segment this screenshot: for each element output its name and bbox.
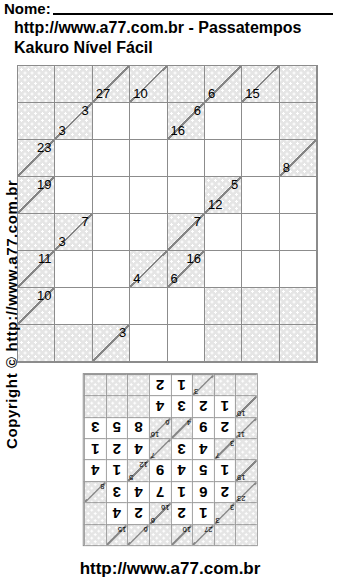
across-clue: 3 xyxy=(216,516,220,524)
footer-url: http://www.a77.com.br xyxy=(0,559,340,579)
solution-digit: 9 xyxy=(150,461,171,481)
solution-digit: 3 xyxy=(171,439,192,459)
solution-digit: 3 xyxy=(85,418,106,438)
copyright-vertical-text: Copyright © http://www.a77.com.br xyxy=(3,99,20,449)
down-clue: 3 xyxy=(230,503,234,511)
across-clue: 6 xyxy=(151,516,155,524)
clue-cell: 512 xyxy=(127,460,149,481)
solution-digit: 2 xyxy=(193,396,214,416)
entry-cell[interactable] xyxy=(93,177,130,214)
clue-cell: 8 xyxy=(280,140,317,177)
block-cell xyxy=(149,524,171,545)
entry-cell: 3 xyxy=(170,438,192,459)
clue-cell: 8 xyxy=(84,481,106,502)
solution-digit: 4 xyxy=(150,396,171,416)
entry-cell[interactable] xyxy=(55,288,92,325)
entry-cell[interactable] xyxy=(93,103,130,140)
entry-cell[interactable] xyxy=(130,103,167,140)
block-cell xyxy=(205,288,242,325)
down-clue: 10 xyxy=(183,525,191,533)
clue-cell: 166 xyxy=(168,251,205,288)
solution-digit: 7 xyxy=(150,482,171,502)
across-clue: 16 xyxy=(151,430,159,438)
name-label: Nome: xyxy=(4,0,51,17)
across-clue: 7 xyxy=(151,452,155,460)
block-cell xyxy=(55,325,92,362)
clue-cell: 10 xyxy=(130,66,167,103)
entry-cell[interactable] xyxy=(55,177,92,214)
entry-cell: 2 xyxy=(214,481,236,502)
clue-cell: 15 xyxy=(106,524,128,545)
entry-cell[interactable] xyxy=(242,103,279,140)
down-clue: 3 xyxy=(58,124,65,138)
clue-cell: 15 xyxy=(242,66,279,103)
entry-cell: 4 xyxy=(149,395,171,416)
solution-digit: 2 xyxy=(107,439,128,459)
clue-cell: 19 xyxy=(18,177,55,214)
clue-cell: 11 xyxy=(235,417,257,438)
solution-digit: 1 xyxy=(215,461,236,481)
block-cell xyxy=(205,325,242,362)
block-cell xyxy=(106,395,128,416)
block-cell xyxy=(84,524,106,545)
across-clue: 11 xyxy=(38,252,52,266)
entry-cell[interactable] xyxy=(93,251,130,288)
solution-digit: 8 xyxy=(128,418,149,438)
clue-cell: 19 xyxy=(235,460,257,481)
solution-digit: 4 xyxy=(128,439,149,459)
down-clue: 6 xyxy=(208,87,215,101)
clue-cell: 6 xyxy=(127,524,149,545)
entry-cell[interactable] xyxy=(130,288,167,325)
entry-cell[interactable] xyxy=(205,214,242,251)
solution-digit: 4 xyxy=(193,439,214,459)
entry-cell: 2 xyxy=(149,374,171,395)
clue-cell: 10 xyxy=(170,524,192,545)
entry-cell: 5 xyxy=(192,460,214,481)
across-clue: 5 xyxy=(231,178,238,192)
down-clue: 16 xyxy=(171,124,185,138)
entry-cell: 3 xyxy=(170,395,192,416)
solution-digit: 2 xyxy=(128,503,149,523)
solution-digit: 1 xyxy=(193,503,214,523)
block-cell xyxy=(18,214,55,251)
entry-cell[interactable] xyxy=(205,251,242,288)
down-clue: 8 xyxy=(283,161,290,175)
across-clue: 7 xyxy=(216,452,220,460)
clue-cell: 33 xyxy=(55,103,92,140)
clue-cell: 11 xyxy=(18,251,55,288)
entry-cell: 2 xyxy=(170,502,192,523)
name-row: Nome: xyxy=(4,0,333,17)
block-cell xyxy=(55,66,92,103)
entry-cell[interactable] xyxy=(205,140,242,177)
across-clue: 11 xyxy=(237,430,245,438)
block-cell xyxy=(242,325,279,362)
block-cell xyxy=(235,502,257,523)
entry-cell: 8 xyxy=(127,417,149,438)
entry-cell[interactable] xyxy=(55,140,92,177)
clue-cell: 7 xyxy=(168,214,205,251)
across-clue: 23 xyxy=(37,141,51,155)
entry-cell: 5 xyxy=(106,417,128,438)
entry-cell[interactable] xyxy=(168,288,205,325)
entry-cell[interactable] xyxy=(168,140,205,177)
entry-cell[interactable] xyxy=(280,214,317,251)
clue-cell: 73 xyxy=(55,214,92,251)
clue-cell: 23 xyxy=(235,481,257,502)
down-clue: 4 xyxy=(133,272,140,286)
across-clue: 19 xyxy=(237,473,245,481)
clue-cell: 3 xyxy=(93,325,130,362)
block-cell xyxy=(106,374,128,395)
clue-cell: 616 xyxy=(168,103,205,140)
entry-cell[interactable] xyxy=(280,251,317,288)
solution-digit: 2 xyxy=(215,482,236,502)
block-cell xyxy=(18,66,55,103)
entry-cell: 4 xyxy=(127,438,149,459)
clue-cell: 512 xyxy=(205,177,242,214)
entry-cell[interactable] xyxy=(242,177,279,214)
clue-cell: 33 xyxy=(214,502,236,523)
entry-cell: 2 xyxy=(106,438,128,459)
entry-cell: 1 xyxy=(170,481,192,502)
entry-cell: 4 xyxy=(84,460,106,481)
solution-digit: 2 xyxy=(150,375,171,395)
solution-digit: 1 xyxy=(171,482,192,502)
block-cell xyxy=(280,103,317,140)
entry-cell: 1 xyxy=(214,395,236,416)
clue-cell: 10 xyxy=(235,395,257,416)
solution-digit: 9 xyxy=(193,418,214,438)
down-clue: 4 xyxy=(187,418,191,426)
clue-cell: 4 xyxy=(130,251,167,288)
solution-digit: 1 xyxy=(215,396,236,416)
down-clue: 6 xyxy=(171,272,178,286)
solution-digit: 5 xyxy=(193,461,214,481)
block-cell xyxy=(280,66,317,103)
block-cell xyxy=(214,524,236,545)
entry-cell: 1 xyxy=(106,460,128,481)
entry-cell[interactable] xyxy=(130,177,167,214)
puzzle-title: Kakuro Nível Fácil xyxy=(14,39,153,57)
across-clue: 3 xyxy=(119,326,126,340)
entry-cell[interactable] xyxy=(130,325,167,362)
across-clue: 7 xyxy=(194,215,201,229)
entry-cell: 9 xyxy=(149,460,171,481)
clue-cell: 3 xyxy=(192,374,214,395)
solution-digit: 1 xyxy=(107,461,128,481)
block-cell xyxy=(235,524,257,545)
clue-cell: 27 xyxy=(192,524,214,545)
entry-cell[interactable] xyxy=(55,251,92,288)
solution-digit: 6 xyxy=(193,482,214,502)
across-clue: 5 xyxy=(129,473,133,481)
entry-cell: 2 xyxy=(192,395,214,416)
clue-cell: 166 xyxy=(149,417,171,438)
entry-cell: 6 xyxy=(192,481,214,502)
down-clue: 27 xyxy=(204,525,212,533)
entry-cell: 4 xyxy=(127,481,149,502)
entry-cell: 9 xyxy=(192,417,214,438)
entry-cell[interactable] xyxy=(242,140,279,177)
solution-digit: 3 xyxy=(171,396,192,416)
block-cell xyxy=(127,374,149,395)
block-cell xyxy=(214,374,236,395)
across-clue: 3 xyxy=(82,104,89,118)
down-clue: 3 xyxy=(58,235,65,249)
clue-cell: 6 xyxy=(205,66,242,103)
solution-digit: 1 xyxy=(85,439,106,459)
entry-cell: 2 xyxy=(214,417,236,438)
entry-cell: 1 xyxy=(84,438,106,459)
down-clue: 12 xyxy=(208,198,222,212)
entry-cell[interactable] xyxy=(93,214,130,251)
clue-cell: 23 xyxy=(18,140,55,177)
clue-cell: 10 xyxy=(18,288,55,325)
entry-cell[interactable] xyxy=(280,177,317,214)
across-clue: 23 xyxy=(237,494,245,502)
entry-cell[interactable] xyxy=(168,325,205,362)
kakuro-puzzle-board: 27106153361623819512737114166103 xyxy=(17,65,318,363)
down-clue: 6 xyxy=(144,525,148,533)
entry-cell[interactable] xyxy=(168,177,205,214)
entry-cell: 4 xyxy=(192,438,214,459)
block-cell xyxy=(280,325,317,362)
solution-digit: 2 xyxy=(215,418,236,438)
entry-cell: 2 xyxy=(127,502,149,523)
entry-cell[interactable] xyxy=(205,103,242,140)
down-clue: 3 xyxy=(230,439,234,447)
down-clue: 15 xyxy=(118,525,126,533)
down-clue: 16 xyxy=(161,503,169,511)
solution-digit: 4 xyxy=(107,503,128,523)
across-clue: 3 xyxy=(194,387,198,395)
entry-cell: 4 xyxy=(106,502,128,523)
solution-digit: 5 xyxy=(107,418,128,438)
solution-digit: 4 xyxy=(85,461,106,481)
down-clue: 10 xyxy=(133,87,147,101)
entry-cell[interactable] xyxy=(93,140,130,177)
entry-cell[interactable] xyxy=(130,214,167,251)
entry-cell: 1 xyxy=(192,502,214,523)
solution-digit: 4 xyxy=(171,461,192,481)
solution-digit: 1 xyxy=(171,375,192,395)
across-clue: 10 xyxy=(37,289,51,303)
down-clue: 12 xyxy=(139,461,147,469)
across-clue: 19 xyxy=(37,178,51,192)
entry-cell: 3 xyxy=(106,481,128,502)
entry-cell: 1 xyxy=(214,460,236,481)
block-cell xyxy=(18,325,55,362)
block-cell xyxy=(84,395,106,416)
solution-digit: 3 xyxy=(107,482,128,502)
across-clue: 6 xyxy=(194,104,201,118)
entry-cell[interactable] xyxy=(130,140,167,177)
clue-cell: 7 xyxy=(149,438,171,459)
block-cell xyxy=(168,66,205,103)
block-cell xyxy=(242,288,279,325)
clue-cell: 73 xyxy=(214,438,236,459)
solution-digit: 4 xyxy=(128,482,149,502)
block-cell xyxy=(235,438,257,459)
entry-cell[interactable] xyxy=(242,251,279,288)
entry-cell[interactable] xyxy=(93,288,130,325)
down-clue: 6 xyxy=(165,418,169,426)
name-fill-line xyxy=(53,1,333,15)
across-clue: 16 xyxy=(186,252,200,266)
block-cell xyxy=(280,288,317,325)
entry-cell: 4 xyxy=(170,460,192,481)
block-cell xyxy=(235,374,257,395)
across-clue: 10 xyxy=(237,409,245,417)
clue-cell: 616 xyxy=(149,502,171,523)
down-clue: 15 xyxy=(245,87,259,101)
entry-cell: 1 xyxy=(170,374,192,395)
kakuro-solution-board-rotated: 2710615331261624232617438191549512147343… xyxy=(83,373,258,546)
block-cell xyxy=(127,395,149,416)
block-cell xyxy=(84,502,106,523)
entry-cell[interactable] xyxy=(242,214,279,251)
site-passatempos-title: http://www.a77.com.br - Passatempos xyxy=(14,19,301,37)
down-clue: 27 xyxy=(96,87,110,101)
clue-cell: 4 xyxy=(170,417,192,438)
solution-digit: 2 xyxy=(171,503,192,523)
entry-cell: 3 xyxy=(84,417,106,438)
entry-cell: 7 xyxy=(149,481,171,502)
across-clue: 7 xyxy=(82,215,89,229)
down-clue: 8 xyxy=(100,482,104,490)
clue-cell: 27 xyxy=(93,66,130,103)
block-cell xyxy=(84,374,106,395)
block-cell xyxy=(18,103,55,140)
